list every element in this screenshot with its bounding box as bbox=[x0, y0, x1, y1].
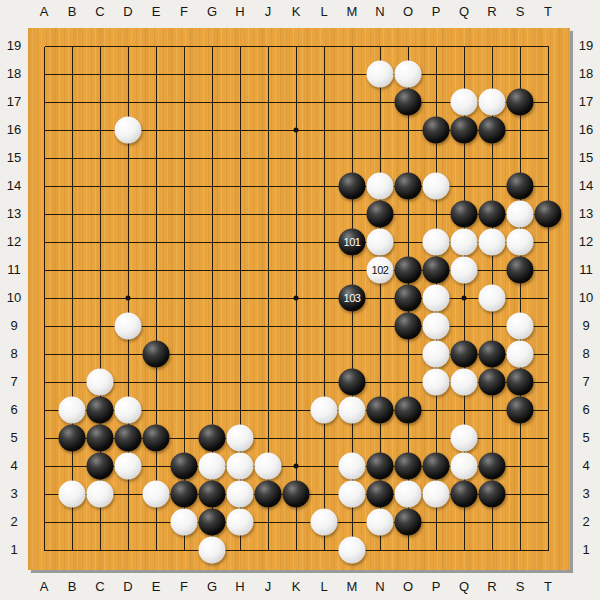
stone-white-N14 bbox=[367, 173, 394, 200]
stone-white-M3 bbox=[339, 481, 366, 508]
column-label-bottom-J: J bbox=[254, 578, 282, 596]
stone-white-Q4 bbox=[451, 453, 478, 480]
row-label-right-11: 11 bbox=[574, 261, 598, 279]
column-label-bottom-G: G bbox=[198, 578, 226, 596]
stone-white-R12 bbox=[479, 229, 506, 256]
stone-white-Q11 bbox=[451, 257, 478, 284]
stone-black-O9 bbox=[395, 313, 422, 340]
column-label-top-B: B bbox=[58, 3, 86, 21]
stone-white-S9 bbox=[507, 313, 534, 340]
stone-white-M6 bbox=[339, 397, 366, 424]
stone-black-G2 bbox=[199, 509, 226, 536]
stone-white-N18 bbox=[367, 61, 394, 88]
row-label-right-15: 15 bbox=[574, 149, 598, 167]
row-label-left-17: 17 bbox=[2, 93, 26, 111]
stone-white-P3 bbox=[423, 481, 450, 508]
row-label-left-14: 14 bbox=[2, 177, 26, 195]
stone-white-R17 bbox=[479, 89, 506, 116]
stone-black-S11 bbox=[507, 257, 534, 284]
stone-white-Q7 bbox=[451, 369, 478, 396]
stone-white-M1 bbox=[339, 537, 366, 564]
column-label-bottom-R: R bbox=[478, 578, 506, 596]
move-number-label-101: 101 bbox=[344, 237, 361, 248]
stone-white-S12 bbox=[507, 229, 534, 256]
stone-black-E8 bbox=[143, 341, 170, 368]
row-label-left-10: 10 bbox=[2, 289, 26, 307]
stone-black-R16 bbox=[479, 117, 506, 144]
column-label-top-D: D bbox=[114, 3, 142, 21]
stone-black-Q8 bbox=[451, 341, 478, 368]
column-label-top-T: T bbox=[534, 3, 562, 21]
column-label-bottom-E: E bbox=[142, 578, 170, 596]
column-label-top-E: E bbox=[142, 3, 170, 21]
column-label-bottom-O: O bbox=[394, 578, 422, 596]
star-point-K16 bbox=[294, 128, 299, 133]
row-label-right-5: 5 bbox=[574, 429, 598, 447]
stone-white-B3 bbox=[59, 481, 86, 508]
stone-black-S17 bbox=[507, 89, 534, 116]
row-label-right-4: 4 bbox=[574, 457, 598, 475]
stone-white-G4 bbox=[199, 453, 226, 480]
column-label-bottom-B: B bbox=[58, 578, 86, 596]
stone-black-F3 bbox=[171, 481, 198, 508]
column-label-top-N: N bbox=[366, 3, 394, 21]
row-label-right-18: 18 bbox=[574, 65, 598, 83]
row-label-left-6: 6 bbox=[2, 401, 26, 419]
stone-black-R8 bbox=[479, 341, 506, 368]
row-label-right-10: 10 bbox=[574, 289, 598, 307]
stone-white-N12 bbox=[367, 229, 394, 256]
row-label-left-4: 4 bbox=[2, 457, 26, 475]
stone-black-M10: 103 bbox=[339, 285, 366, 312]
stone-black-O17 bbox=[395, 89, 422, 116]
stone-white-P8 bbox=[423, 341, 450, 368]
stone-white-M4 bbox=[339, 453, 366, 480]
row-label-right-19: 19 bbox=[574, 37, 598, 55]
stone-white-Q5 bbox=[451, 425, 478, 452]
stone-black-P11 bbox=[423, 257, 450, 284]
row-label-left-5: 5 bbox=[2, 429, 26, 447]
stone-white-C7 bbox=[87, 369, 114, 396]
stone-white-S8 bbox=[507, 341, 534, 368]
stone-black-C6 bbox=[87, 397, 114, 424]
stone-white-Q17 bbox=[451, 89, 478, 116]
stone-black-B5 bbox=[59, 425, 86, 452]
stone-black-R3 bbox=[479, 481, 506, 508]
move-number-label-102: 102 bbox=[372, 265, 389, 276]
row-label-left-9: 9 bbox=[2, 317, 26, 335]
stone-black-O6 bbox=[395, 397, 422, 424]
stone-black-C4 bbox=[87, 453, 114, 480]
column-label-bottom-S: S bbox=[506, 578, 534, 596]
row-label-left-3: 3 bbox=[2, 485, 26, 503]
star-point-Q10 bbox=[462, 296, 467, 301]
row-label-right-2: 2 bbox=[574, 513, 598, 531]
stone-black-R13 bbox=[479, 201, 506, 228]
column-label-bottom-L: L bbox=[310, 578, 338, 596]
row-label-right-8: 8 bbox=[574, 345, 598, 363]
stone-white-G1 bbox=[199, 537, 226, 564]
row-label-left-13: 13 bbox=[2, 205, 26, 223]
stone-white-L6 bbox=[311, 397, 338, 424]
row-label-left-11: 11 bbox=[2, 261, 26, 279]
column-label-top-K: K bbox=[282, 3, 310, 21]
row-label-right-9: 9 bbox=[574, 317, 598, 335]
column-label-top-F: F bbox=[170, 3, 198, 21]
stone-white-C3 bbox=[87, 481, 114, 508]
stone-black-C5 bbox=[87, 425, 114, 452]
column-label-top-P: P bbox=[422, 3, 450, 21]
stone-white-D6 bbox=[115, 397, 142, 424]
row-label-left-15: 15 bbox=[2, 149, 26, 167]
star-point-K10 bbox=[294, 296, 299, 301]
stone-white-S13 bbox=[507, 201, 534, 228]
row-label-right-7: 7 bbox=[574, 373, 598, 391]
stone-white-R10 bbox=[479, 285, 506, 312]
star-point-K4 bbox=[294, 464, 299, 469]
stone-black-R4 bbox=[479, 453, 506, 480]
stone-white-P7 bbox=[423, 369, 450, 396]
stone-black-M7 bbox=[339, 369, 366, 396]
stone-black-G5 bbox=[199, 425, 226, 452]
column-label-bottom-K: K bbox=[282, 578, 310, 596]
column-label-top-A: A bbox=[30, 3, 58, 21]
row-label-left-2: 2 bbox=[2, 513, 26, 531]
stone-black-N3 bbox=[367, 481, 394, 508]
column-label-bottom-D: D bbox=[114, 578, 142, 596]
stone-black-E5 bbox=[143, 425, 170, 452]
stone-black-R7 bbox=[479, 369, 506, 396]
stone-white-F2 bbox=[171, 509, 198, 536]
stone-white-L2 bbox=[311, 509, 338, 536]
move-number-label-103: 103 bbox=[344, 293, 361, 304]
column-label-bottom-P: P bbox=[422, 578, 450, 596]
stone-black-P16 bbox=[423, 117, 450, 144]
row-label-left-19: 19 bbox=[2, 37, 26, 55]
stone-black-J3 bbox=[255, 481, 282, 508]
row-label-right-3: 3 bbox=[574, 485, 598, 503]
column-label-bottom-T: T bbox=[534, 578, 562, 596]
row-label-right-6: 6 bbox=[574, 401, 598, 419]
stone-white-J4 bbox=[255, 453, 282, 480]
row-label-left-1: 1 bbox=[2, 541, 26, 559]
stone-white-D4 bbox=[115, 453, 142, 480]
stone-white-P9 bbox=[423, 313, 450, 340]
column-label-bottom-C: C bbox=[86, 578, 114, 596]
stone-black-O2 bbox=[395, 509, 422, 536]
stone-black-O14 bbox=[395, 173, 422, 200]
stone-black-Q3 bbox=[451, 481, 478, 508]
row-label-left-12: 12 bbox=[2, 233, 26, 251]
go-board-screenshot: 101102103 AABBCCDDEEFFGGHHJJKKLLMMNNOOPP… bbox=[0, 0, 600, 600]
stone-black-M12: 101 bbox=[339, 229, 366, 256]
row-label-right-1: 1 bbox=[574, 541, 598, 559]
stone-black-D5 bbox=[115, 425, 142, 452]
stone-black-O11 bbox=[395, 257, 422, 284]
stone-white-O18 bbox=[395, 61, 422, 88]
row-label-right-16: 16 bbox=[574, 121, 598, 139]
column-label-top-J: J bbox=[254, 3, 282, 21]
column-label-top-S: S bbox=[506, 3, 534, 21]
row-label-right-17: 17 bbox=[574, 93, 598, 111]
row-label-right-12: 12 bbox=[574, 233, 598, 251]
go-board[interactable]: 101102103 bbox=[28, 28, 570, 570]
column-label-bottom-M: M bbox=[338, 578, 366, 596]
column-label-bottom-F: F bbox=[170, 578, 198, 596]
column-label-top-G: G bbox=[198, 3, 226, 21]
stone-white-N2 bbox=[367, 509, 394, 536]
stone-black-S6 bbox=[507, 397, 534, 424]
column-label-top-M: M bbox=[338, 3, 366, 21]
column-label-bottom-H: H bbox=[226, 578, 254, 596]
stone-black-Q16 bbox=[451, 117, 478, 144]
row-label-right-14: 14 bbox=[574, 177, 598, 195]
column-label-bottom-Q: Q bbox=[450, 578, 478, 596]
stone-white-P14 bbox=[423, 173, 450, 200]
stone-black-S14 bbox=[507, 173, 534, 200]
stone-black-O4 bbox=[395, 453, 422, 480]
stone-white-D16 bbox=[115, 117, 142, 144]
stone-black-S7 bbox=[507, 369, 534, 396]
stone-white-O3 bbox=[395, 481, 422, 508]
column-label-bottom-A: A bbox=[30, 578, 58, 596]
column-label-top-Q: Q bbox=[450, 3, 478, 21]
stone-black-M14 bbox=[339, 173, 366, 200]
star-point-D10 bbox=[126, 296, 131, 301]
row-label-left-18: 18 bbox=[2, 65, 26, 83]
stone-black-Q13 bbox=[451, 201, 478, 228]
column-label-top-R: R bbox=[478, 3, 506, 21]
stone-black-F4 bbox=[171, 453, 198, 480]
stone-white-P10 bbox=[423, 285, 450, 312]
column-label-bottom-N: N bbox=[366, 578, 394, 596]
row-label-left-7: 7 bbox=[2, 373, 26, 391]
stone-black-G3 bbox=[199, 481, 226, 508]
stone-black-T13 bbox=[535, 201, 562, 228]
column-label-top-L: L bbox=[310, 3, 338, 21]
column-label-top-C: C bbox=[86, 3, 114, 21]
row-label-right-13: 13 bbox=[574, 205, 598, 223]
stone-white-H4 bbox=[227, 453, 254, 480]
stone-white-N11: 102 bbox=[367, 257, 394, 284]
column-label-top-H: H bbox=[226, 3, 254, 21]
column-label-top-O: O bbox=[394, 3, 422, 21]
stone-white-Q12 bbox=[451, 229, 478, 256]
stone-black-N6 bbox=[367, 397, 394, 424]
stone-white-P12 bbox=[423, 229, 450, 256]
stone-white-E3 bbox=[143, 481, 170, 508]
stone-white-B6 bbox=[59, 397, 86, 424]
stone-white-H3 bbox=[227, 481, 254, 508]
stone-black-O10 bbox=[395, 285, 422, 312]
stone-black-K3 bbox=[283, 481, 310, 508]
stone-white-H2 bbox=[227, 509, 254, 536]
stone-black-P4 bbox=[423, 453, 450, 480]
stone-white-H5 bbox=[227, 425, 254, 452]
row-label-left-16: 16 bbox=[2, 121, 26, 139]
stone-white-D9 bbox=[115, 313, 142, 340]
stone-black-N4 bbox=[367, 453, 394, 480]
stone-black-N13 bbox=[367, 201, 394, 228]
row-label-left-8: 8 bbox=[2, 345, 26, 363]
